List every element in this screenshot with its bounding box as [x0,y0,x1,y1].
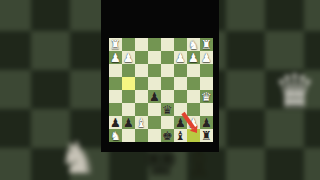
white-rook: ♜ [200,38,213,51]
black-rook: ♜ [200,129,213,142]
short-video-frame: ♛♞♚♝ ♜♞♜♟♟♟♟♟♟♛♛♟♟♝♟♟♟♞♚♝♜ [0,0,320,180]
square[interactable] [174,64,187,77]
square[interactable]: ♝ [135,116,148,129]
square[interactable] [135,77,148,90]
square[interactable]: ♛ [200,90,213,103]
square[interactable] [109,103,122,116]
black-pawn: ♟ [122,116,135,129]
white-pawn: ♟ [109,51,122,64]
square[interactable]: ♞ [109,129,122,142]
square[interactable] [109,90,122,103]
white-pawn: ♟ [187,51,200,64]
square[interactable] [122,64,135,77]
square[interactable]: ♚ [161,129,174,142]
square[interactable] [148,77,161,90]
square[interactable] [187,90,200,103]
square[interactable] [122,38,135,51]
black-king: ♚ [161,129,174,142]
square[interactable] [187,103,200,116]
square[interactable]: ♜ [200,38,213,51]
square[interactable] [135,90,148,103]
white-rook: ♜ [109,38,122,51]
square[interactable] [200,103,213,116]
square[interactable] [148,116,161,129]
square[interactable]: ♜ [109,38,122,51]
square[interactable]: ♟ [148,90,161,103]
square[interactable] [109,77,122,90]
square[interactable]: ♟ [187,51,200,64]
white-pawn: ♟ [122,51,135,64]
white-bishop: ♝ [135,116,148,129]
chess-board[interactable]: ♜♞♜♟♟♟♟♟♟♛♛♟♟♝♟♟♟♞♚♝♜ [109,38,213,142]
square[interactable]: ♝ [174,129,187,142]
white-knight: ♞ [187,38,200,51]
square[interactable] [135,64,148,77]
square[interactable]: ♞ [187,38,200,51]
square[interactable] [122,103,135,116]
square[interactable] [148,103,161,116]
square[interactable] [122,129,135,142]
square[interactable] [174,77,187,90]
square[interactable]: ♟ [174,51,187,64]
square[interactable] [148,129,161,142]
square[interactable] [187,64,200,77]
square[interactable] [161,38,174,51]
square[interactable] [200,77,213,90]
square[interactable]: ♟ [200,116,213,129]
black-pawn: ♟ [109,116,122,129]
black-queen: ♛ [161,103,174,116]
square[interactable] [187,129,200,142]
square[interactable]: ♟ [187,116,200,129]
square[interactable]: ♟ [109,116,122,129]
square[interactable] [161,77,174,90]
square[interactable] [174,103,187,116]
square[interactable] [109,64,122,77]
square[interactable] [148,51,161,64]
square[interactable]: ♟ [174,116,187,129]
square[interactable] [135,129,148,142]
white-pawn: ♟ [200,51,213,64]
white-pawn: ♟ [187,116,200,129]
square[interactable] [122,77,135,90]
square[interactable] [148,64,161,77]
square[interactable] [174,90,187,103]
square[interactable] [122,90,135,103]
black-pawn: ♟ [200,116,213,129]
square[interactable] [161,51,174,64]
black-pawn: ♟ [174,116,187,129]
black-pawn: ♟ [148,90,161,103]
square[interactable] [161,116,174,129]
square[interactable] [161,90,174,103]
square[interactable] [200,64,213,77]
square[interactable]: ♟ [122,116,135,129]
square[interactable]: ♜ [200,129,213,142]
square[interactable]: ♟ [200,51,213,64]
square[interactable] [135,103,148,116]
white-knight: ♞ [109,129,122,142]
square[interactable]: ♟ [122,51,135,64]
square[interactable]: ♟ [109,51,122,64]
square[interactable] [161,64,174,77]
square[interactable] [135,38,148,51]
square[interactable] [174,38,187,51]
square[interactable] [135,51,148,64]
black-bishop: ♝ [174,129,187,142]
square[interactable] [148,38,161,51]
square[interactable] [187,77,200,90]
white-queen: ♛ [200,90,213,103]
white-pawn: ♟ [174,51,187,64]
square[interactable]: ♛ [161,103,174,116]
